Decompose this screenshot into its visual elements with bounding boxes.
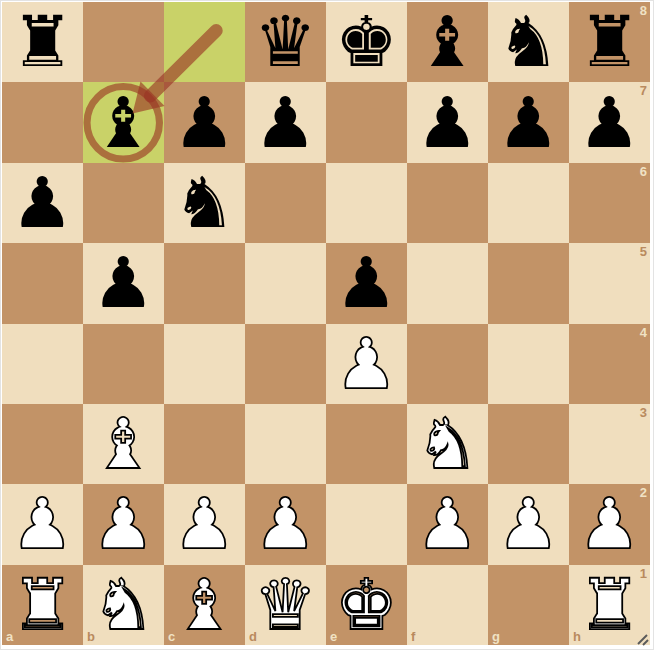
- square-e5[interactable]: ♟: [326, 243, 407, 323]
- square-d8[interactable]: ♛: [245, 2, 326, 82]
- square-f1[interactable]: f: [407, 565, 488, 645]
- white-bishop[interactable]: ♝: [92, 409, 155, 479]
- square-g8[interactable]: ♞: [488, 2, 569, 82]
- black-bishop[interactable]: ♝: [416, 7, 479, 77]
- square-g4[interactable]: [488, 324, 569, 404]
- black-pawn[interactable]: ♟: [11, 168, 74, 238]
- square-d7[interactable]: ♟: [245, 82, 326, 162]
- square-g3[interactable]: [488, 404, 569, 484]
- square-g1[interactable]: g: [488, 565, 569, 645]
- square-a7[interactable]: [2, 82, 83, 162]
- black-pawn[interactable]: ♟: [173, 88, 236, 158]
- square-c3[interactable]: [164, 404, 245, 484]
- square-b4[interactable]: [83, 324, 164, 404]
- white-pawn[interactable]: ♟: [416, 489, 479, 559]
- square-b1[interactable]: ♞b: [83, 565, 164, 645]
- white-knight[interactable]: ♞: [416, 409, 479, 479]
- square-f8[interactable]: ♝: [407, 2, 488, 82]
- square-d4[interactable]: [245, 324, 326, 404]
- white-bishop[interactable]: ♝: [173, 570, 236, 640]
- white-pawn[interactable]: ♟: [173, 489, 236, 559]
- black-knight[interactable]: ♞: [497, 7, 560, 77]
- square-a6[interactable]: ♟: [2, 163, 83, 243]
- square-c1[interactable]: ♝c: [164, 565, 245, 645]
- black-knight[interactable]: ♞: [173, 168, 236, 238]
- square-c4[interactable]: [164, 324, 245, 404]
- square-e1[interactable]: ♚e: [326, 565, 407, 645]
- square-e7[interactable]: [326, 82, 407, 162]
- square-b3[interactable]: ♝: [83, 404, 164, 484]
- square-d2[interactable]: ♟: [245, 484, 326, 564]
- white-pawn[interactable]: ♟: [497, 489, 560, 559]
- square-g7[interactable]: ♟: [488, 82, 569, 162]
- white-rook[interactable]: ♜: [11, 570, 74, 640]
- square-h8[interactable]: ♜8: [569, 2, 650, 82]
- square-c6[interactable]: ♞: [164, 163, 245, 243]
- square-f2[interactable]: ♟: [407, 484, 488, 564]
- square-e8[interactable]: ♚: [326, 2, 407, 82]
- black-pawn[interactable]: ♟: [416, 88, 479, 158]
- black-pawn[interactable]: ♟: [335, 248, 398, 318]
- white-pawn[interactable]: ♟: [92, 489, 155, 559]
- square-d5[interactable]: [245, 243, 326, 323]
- square-f6[interactable]: [407, 163, 488, 243]
- resize-handle-icon[interactable]: [636, 632, 650, 647]
- square-c2[interactable]: ♟: [164, 484, 245, 564]
- square-e3[interactable]: [326, 404, 407, 484]
- square-f4[interactable]: [407, 324, 488, 404]
- black-pawn[interactable]: ♟: [92, 248, 155, 318]
- black-pawn[interactable]: ♟: [578, 88, 641, 158]
- rank-label-6: 6: [640, 165, 647, 178]
- square-h4[interactable]: 4: [569, 324, 650, 404]
- square-h3[interactable]: 3: [569, 404, 650, 484]
- square-e6[interactable]: [326, 163, 407, 243]
- white-queen[interactable]: ♛: [254, 570, 317, 640]
- square-e4[interactable]: ♟: [326, 324, 407, 404]
- square-g5[interactable]: [488, 243, 569, 323]
- square-a2[interactable]: ♟: [2, 484, 83, 564]
- square-a5[interactable]: [2, 243, 83, 323]
- file-label-g: g: [492, 630, 500, 643]
- square-a3[interactable]: [2, 404, 83, 484]
- square-d6[interactable]: [245, 163, 326, 243]
- rank-label-5: 5: [640, 245, 647, 258]
- square-h2[interactable]: ♟2: [569, 484, 650, 564]
- file-label-f: f: [411, 630, 415, 643]
- white-knight[interactable]: ♞: [92, 570, 155, 640]
- white-pawn[interactable]: ♟: [578, 489, 641, 559]
- square-a4[interactable]: [2, 324, 83, 404]
- square-c8[interactable]: [164, 2, 245, 82]
- black-king[interactable]: ♚: [335, 7, 398, 77]
- square-a1[interactable]: ♜a: [2, 565, 83, 645]
- square-c7[interactable]: ♟: [164, 82, 245, 162]
- rank-label-3: 3: [640, 406, 647, 419]
- chess-board: ♜♛♚♝♞♜8♝♟♟♟♟♟7♟♞6♟♟5♟4♝♞3♟♟♟♟♟♟♟2♜a♞b♝c♛…: [2, 2, 650, 645]
- white-pawn[interactable]: ♟: [254, 489, 317, 559]
- square-e2[interactable]: [326, 484, 407, 564]
- black-pawn[interactable]: ♟: [254, 88, 317, 158]
- square-g2[interactable]: ♟: [488, 484, 569, 564]
- square-f5[interactable]: [407, 243, 488, 323]
- square-d1[interactable]: ♛d: [245, 565, 326, 645]
- white-pawn[interactable]: ♟: [335, 329, 398, 399]
- square-h5[interactable]: 5: [569, 243, 650, 323]
- rank-label-4: 4: [640, 326, 647, 339]
- black-bishop[interactable]: ♝: [92, 88, 155, 158]
- square-h6[interactable]: 6: [569, 163, 650, 243]
- black-rook[interactable]: ♜: [11, 7, 74, 77]
- square-b7[interactable]: ♝: [83, 82, 164, 162]
- black-queen[interactable]: ♛: [254, 7, 317, 77]
- square-g6[interactable]: [488, 163, 569, 243]
- square-b8[interactable]: [83, 2, 164, 82]
- square-b5[interactable]: ♟: [83, 243, 164, 323]
- white-rook[interactable]: ♜: [578, 570, 641, 640]
- square-b2[interactable]: ♟: [83, 484, 164, 564]
- chess-board-frame: ♜♛♚♝♞♜8♝♟♟♟♟♟7♟♞6♟♟5♟4♝♞3♟♟♟♟♟♟♟2♜a♞b♝c♛…: [0, 0, 654, 650]
- white-pawn[interactable]: ♟: [11, 489, 74, 559]
- square-b6[interactable]: [83, 163, 164, 243]
- square-h7[interactable]: ♟7: [569, 82, 650, 162]
- square-d3[interactable]: [245, 404, 326, 484]
- black-rook[interactable]: ♜: [578, 7, 641, 77]
- square-a8[interactable]: ♜: [2, 2, 83, 82]
- black-pawn[interactable]: ♟: [497, 88, 560, 158]
- square-f7[interactable]: ♟: [407, 82, 488, 162]
- square-f3[interactable]: ♞: [407, 404, 488, 484]
- white-king[interactable]: ♚: [335, 570, 398, 640]
- square-c5[interactable]: [164, 243, 245, 323]
